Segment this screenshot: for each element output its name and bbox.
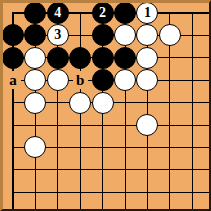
black-stone	[92, 69, 114, 91]
white-stone	[136, 24, 158, 46]
white-stone	[114, 24, 136, 46]
black-stone	[92, 47, 114, 69]
white-stone	[47, 69, 69, 91]
grid-line-horizontal	[12, 125, 209, 126]
white-stone	[24, 92, 46, 114]
black-stone: 4	[47, 2, 69, 24]
black-stone	[2, 47, 24, 69]
move-number: 4	[54, 6, 61, 20]
black-stone	[2, 24, 24, 46]
black-stone	[24, 24, 46, 46]
black-stone	[69, 47, 91, 69]
black-stone	[92, 24, 114, 46]
white-stone	[24, 47, 46, 69]
black-stone	[47, 47, 69, 69]
black-stone	[114, 47, 136, 69]
move-number: 2	[99, 6, 106, 20]
grid-line-horizontal	[12, 192, 209, 193]
white-stone: 1	[136, 2, 158, 24]
white-stone	[69, 92, 91, 114]
go-board: 4213ab	[0, 0, 211, 211]
point-label-a: a	[6, 71, 21, 89]
white-stone	[24, 69, 46, 91]
white-stone	[24, 136, 46, 158]
grid-line-vertical	[192, 12, 193, 209]
move-number: 3	[54, 28, 61, 42]
point-label-b: b	[73, 71, 88, 89]
white-stone	[136, 47, 158, 69]
grid-line-horizontal	[12, 169, 209, 170]
white-stone	[136, 69, 158, 91]
white-stone: 3	[47, 24, 69, 46]
white-stone	[114, 69, 136, 91]
move-number: 1	[144, 6, 151, 20]
white-stone	[159, 24, 181, 46]
black-stone	[24, 2, 46, 24]
white-stone	[136, 114, 158, 136]
black-stone: 2	[92, 2, 114, 24]
white-stone	[92, 92, 114, 114]
black-stone	[114, 2, 136, 24]
